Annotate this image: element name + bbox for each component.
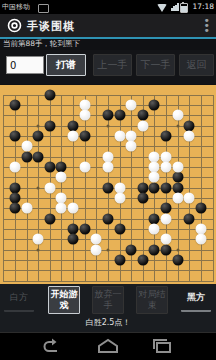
black-stone [161,203,172,214]
white-stone [126,130,137,141]
black-stone [149,182,160,193]
app-logo-icon [7,18,22,33]
white-stone [56,203,67,214]
grid-line [3,270,213,271]
white-stone [114,130,125,141]
white-stone [149,172,160,183]
recents-icon[interactable] [152,338,172,354]
star-point [37,248,40,251]
screenshot-icon [38,4,49,13]
black-stone [44,161,55,172]
grid-line [3,105,213,106]
black-stone [126,244,137,255]
white-stone [9,161,20,172]
white-stone [161,161,172,172]
black-stone [149,99,160,110]
white-stone [137,120,148,131]
white-stone [126,99,137,110]
return-button: 返回 [179,54,214,76]
white-stone [196,234,207,245]
grid-line [3,146,213,147]
black-stone [68,234,79,245]
black-stone [68,224,79,235]
status-clock: 17:18 [192,2,214,11]
game-footer: 白方 开始游戏 放弃一手 对局结束 黑方 白胜2.5点！ [0,284,216,332]
white-stone [21,203,32,214]
white-stone [149,151,160,162]
white-stone [184,193,195,204]
home-icon[interactable] [97,338,119,354]
black-stone [149,213,160,224]
star-point [37,124,40,127]
grid-line [3,281,213,282]
app-bar: 手谈围棋 ••• [0,14,216,39]
black-stone [56,161,67,172]
star-point [106,248,109,251]
black-stone [137,110,148,121]
white-stone [172,193,183,204]
next-move-button: 下一手 [136,54,175,76]
black-stone [137,193,148,204]
battery-icon [180,3,188,13]
white-stone [91,234,102,245]
white-stone [44,182,55,193]
star-point [176,248,179,251]
black-stone [196,203,207,214]
black-stone [161,130,172,141]
black-stone [114,224,125,235]
white-stone [102,161,113,172]
black-side-button[interactable]: 黑方 [181,286,211,312]
black-stone [102,110,113,121]
white-stone [161,213,172,224]
star-point [106,124,109,127]
black-stone [44,89,55,100]
white-stone [126,141,137,152]
black-stone [102,213,113,224]
black-stone [9,203,20,214]
replay-button[interactable]: 打谱 [46,54,86,76]
black-stone [21,151,32,162]
end-game-button: 对局结束 [136,286,168,314]
white-stone [196,224,207,235]
black-stone [184,120,195,131]
grid-line [3,95,213,96]
black-stone [44,213,55,224]
replay-controls: 打谱 上一手 下一手 返回 [0,50,216,84]
move-status-text: 当前第88手，轮到黑下 [3,39,80,49]
black-stone [79,224,90,235]
black-stone [114,255,125,266]
white-stone [56,172,67,183]
black-stone [137,255,148,266]
overflow-menu-icon[interactable]: ••• [204,18,211,33]
black-stone [102,182,113,193]
black-stone [137,182,148,193]
white-stone [102,151,113,162]
black-stone [172,182,183,193]
wifi-icon [157,4,167,12]
signal-icon [171,3,179,11]
black-stone [114,110,125,121]
black-stone [68,120,79,131]
black-stone [33,151,44,162]
phone-screen: 中国移动 17:18 手谈围棋 ••• 当前第88手，轮到黑下 打谱 上一手 下… [0,0,216,360]
black-stone [9,193,20,204]
star-point [37,186,40,189]
white-stone [91,244,102,255]
go-board[interactable] [0,85,216,284]
black-stone [172,172,183,183]
white-stone [172,161,183,172]
white-stone [21,141,32,152]
grid-line [3,208,213,209]
black-stone [161,244,172,255]
black-stone [9,130,20,141]
navigation-bar [0,332,216,360]
black-stone [149,244,160,255]
start-game-button[interactable]: 开始游戏 [48,286,80,314]
white-stone [68,130,79,141]
white-stone [161,151,172,162]
pass-button: 放弃一手 [92,286,124,314]
black-stone [9,182,20,193]
black-stone [184,213,195,224]
app-title: 手谈围棋 [27,19,75,34]
black-stone [161,182,172,193]
info-bar: 当前第88手，轮到黑下 [0,39,216,49]
white-stone [56,193,67,204]
carrier-label: 中国移动 [2,2,30,12]
black-stone [79,130,90,141]
white-stone [79,99,90,110]
grid-line [3,229,213,230]
white-stone [33,234,44,245]
white-side-button: 白方 [4,286,34,312]
white-stone [79,110,90,121]
white-stone [149,224,160,235]
black-stone [33,130,44,141]
white-stone [161,234,172,245]
white-stone [114,182,125,193]
white-stone [79,161,90,172]
status-bar: 中国移动 17:18 [0,0,216,14]
back-icon[interactable] [42,338,62,354]
white-stone [114,193,125,204]
result-text: 白胜2.5点！ [0,317,216,328]
black-stone [172,255,183,266]
white-stone [184,130,195,141]
white-stone [172,110,183,121]
black-stone [9,99,20,110]
white-stone [68,203,79,214]
star-point [176,124,179,127]
white-stone [149,161,160,172]
previous-move-button: 上一手 [93,54,132,76]
move-number-input[interactable] [6,56,44,74]
black-stone [44,120,55,131]
